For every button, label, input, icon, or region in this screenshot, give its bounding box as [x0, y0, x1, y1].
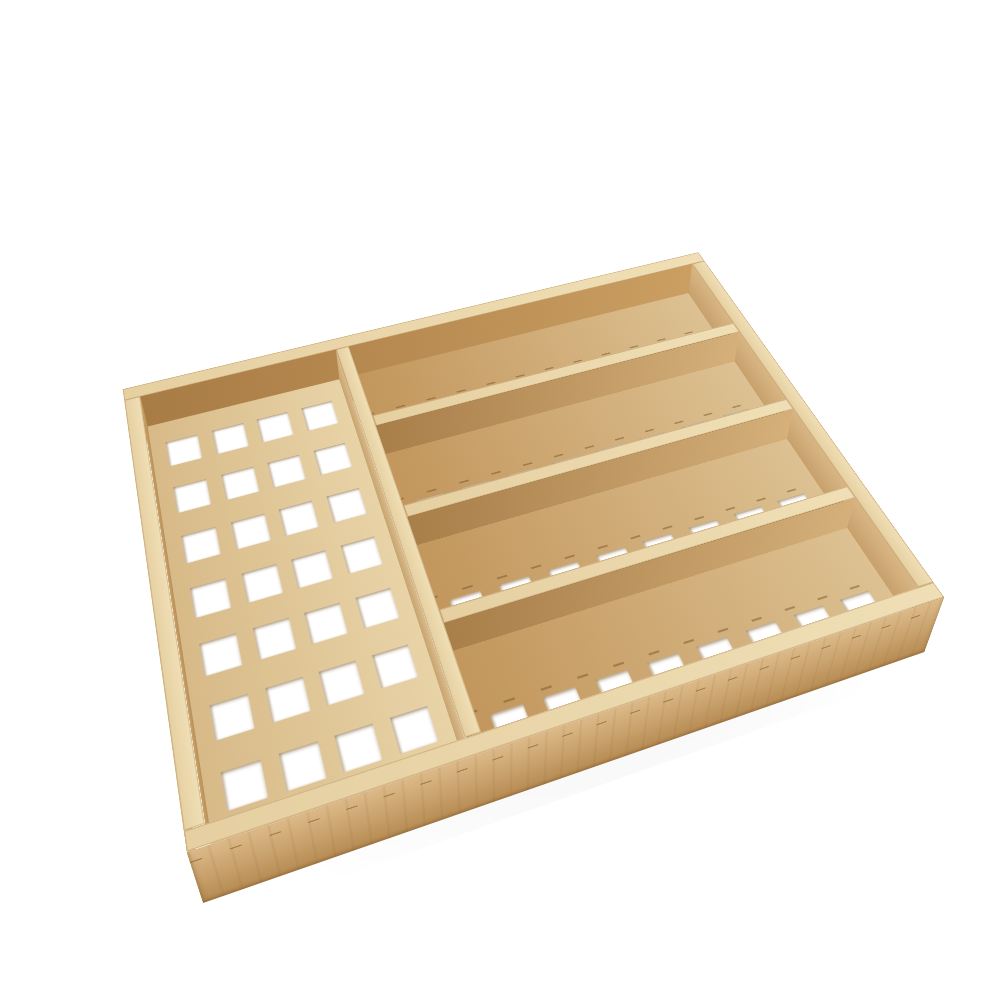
cutout-hole [278, 741, 326, 792]
cutout-hole [335, 723, 383, 772]
cutout-hole [319, 661, 365, 706]
cutout-hole [190, 578, 231, 618]
cutout-hole [241, 564, 283, 603]
cutout-hole [209, 694, 254, 741]
cutout-hole [327, 487, 367, 522]
cutout-hole [268, 454, 307, 487]
cutout-hole [390, 706, 439, 754]
cutout-hole [301, 401, 338, 431]
cutout-hole [181, 526, 221, 563]
cutout-hole [341, 536, 383, 574]
product-photo [0, 0, 1000, 1000]
cutout-hole [356, 588, 400, 629]
cutout-hole [314, 443, 353, 475]
cutout-hole [291, 550, 333, 588]
photo-scene [0, 0, 1000, 1000]
cutout-hole [165, 434, 202, 466]
cutout-hole [212, 423, 249, 454]
cutout-hole [305, 603, 349, 645]
cutout-hole [265, 677, 311, 723]
cutout-hole [220, 760, 268, 812]
cutout-hole [173, 479, 211, 513]
cutout-hole [372, 645, 418, 689]
cutout-hole [230, 513, 270, 549]
cutout-hole [252, 618, 296, 661]
organizer-tray [137, 306, 924, 903]
cutout-hole [221, 466, 259, 500]
cutout-hole [279, 500, 319, 536]
cutout-hole [257, 412, 294, 443]
cutout-hole [199, 633, 242, 677]
